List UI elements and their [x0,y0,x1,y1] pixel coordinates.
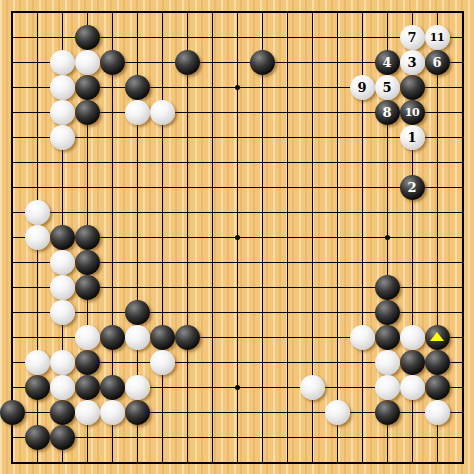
stone-black-c15-r16 [375,400,400,425]
stone-white-c2-r5 [50,125,75,150]
stone-black-c7-r2 [175,50,200,75]
stone-black-c2-r16 [50,400,75,425]
stone-white-c2-r2 [50,50,75,75]
star-point [385,235,390,240]
stone-white-c16-r13 [400,325,425,350]
stone-black-c3-r9 [75,225,100,250]
stone-white-c2-r14 [50,350,75,375]
stone-white-c1-r8 [25,200,50,225]
stone-white-c16-r2-move-3: 3 [400,50,425,75]
stone-white-c16-r15 [400,375,425,400]
stone-white-c2-r3 [50,75,75,100]
stone-black-c4-r15 [100,375,125,400]
stone-white-c2-r11 [50,275,75,300]
stone-black-c5-r12 [125,300,150,325]
stone-white-c2-r10 [50,250,75,275]
stone-black-c3-r1 [75,25,100,50]
stone-white-c6-r4 [150,100,175,125]
stone-black-c17-r13 [425,325,450,350]
stone-white-c16-r1-move-7: 7 [400,25,425,50]
stone-white-c3-r2 [75,50,100,75]
move-number-label: 8 [382,106,391,119]
stone-white-c5-r4 [125,100,150,125]
stone-white-c2-r12 [50,300,75,325]
stone-black-c15-r11 [375,275,400,300]
stone-white-c5-r13 [125,325,150,350]
star-point [235,85,240,90]
stone-white-c16-r5-move-1: 1 [400,125,425,150]
move-number-label: 6 [432,56,441,69]
stone-black-c15-r12 [375,300,400,325]
stone-white-c4-r16 [100,400,125,425]
stone-white-c3-r13 [75,325,100,350]
stone-white-c1-r9 [25,225,50,250]
stone-white-c2-r15 [50,375,75,400]
stone-black-c6-r13 [150,325,175,350]
stone-black-c16-r3 [400,75,425,100]
star-point [235,385,240,390]
star-point [235,235,240,240]
stone-black-c4-r2 [100,50,125,75]
stone-black-c3-r3 [75,75,100,100]
stone-white-c1-r14 [25,350,50,375]
stone-white-c6-r14 [150,350,175,375]
stone-black-c3-r14 [75,350,100,375]
triangle-marker-icon [430,332,444,341]
stone-white-c5-r15 [125,375,150,400]
stone-white-c14-r13 [350,325,375,350]
stone-black-c5-r16 [125,400,150,425]
stone-white-c2-r4 [50,100,75,125]
stone-white-c13-r16 [325,400,350,425]
stone-black-c15-r13 [375,325,400,350]
stone-white-c15-r14 [375,350,400,375]
stone-black-c17-r15 [425,375,450,400]
stone-black-c7-r13 [175,325,200,350]
move-number-label: 9 [357,81,366,94]
stone-white-c15-r15 [375,375,400,400]
go-board[interactable]: 7114369581012 [0,0,474,474]
stone-black-c0-r16 [0,400,25,425]
stone-white-c14-r3-move-9: 9 [350,75,375,100]
stone-black-c16-r14 [400,350,425,375]
stone-black-c1-r17 [25,425,50,450]
stone-black-c17-r2-move-6: 6 [425,50,450,75]
move-number-label: 3 [407,56,416,69]
stone-black-c5-r3 [125,75,150,100]
stone-black-c15-r2-move-4: 4 [375,50,400,75]
move-number-label: 4 [382,56,391,69]
move-number-label: 10 [405,107,419,118]
stone-white-c3-r16 [75,400,100,425]
stone-white-c12-r15 [300,375,325,400]
move-number-label: 1 [407,131,416,144]
move-number-label: 5 [382,81,391,94]
stone-black-c15-r4-move-8: 8 [375,100,400,125]
stone-black-c3-r4 [75,100,100,125]
stone-black-c16-r4-move-10: 10 [400,100,425,125]
move-number-label: 2 [407,181,416,194]
stone-black-c10-r2 [250,50,275,75]
stone-white-c17-r16 [425,400,450,425]
stone-black-c3-r11 [75,275,100,300]
stone-black-c1-r15 [25,375,50,400]
stone-black-c17-r14 [425,350,450,375]
stone-black-c3-r10 [75,250,100,275]
stone-black-c2-r17 [50,425,75,450]
stone-black-c2-r9 [50,225,75,250]
stone-black-c3-r15 [75,375,100,400]
stone-black-c16-r7-move-2: 2 [400,175,425,200]
move-number-label: 11 [430,32,444,43]
stone-black-c4-r13 [100,325,125,350]
stone-white-c15-r3-move-5: 5 [375,75,400,100]
move-number-label: 7 [407,31,416,44]
stone-white-c17-r1-move-11: 11 [425,25,450,50]
